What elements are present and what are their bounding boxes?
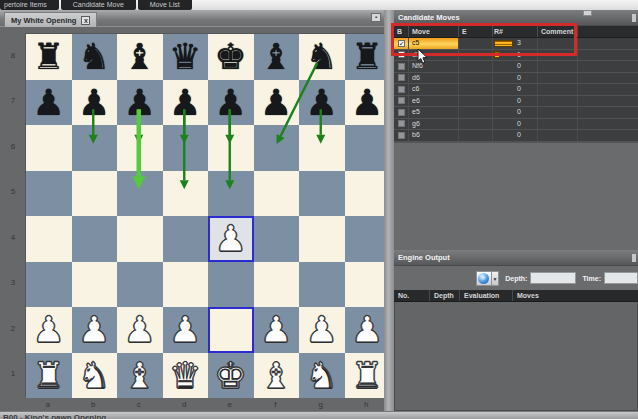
square-c6[interactable] xyxy=(117,125,163,171)
close-icon[interactable]: x xyxy=(81,16,90,25)
status-text: B00 - King's pawn Opening xyxy=(0,412,638,419)
square-c1[interactable]: ♝ xyxy=(117,353,163,399)
square-b4[interactable] xyxy=(72,216,118,262)
col-header-comment[interactable]: Comment xyxy=(538,26,578,37)
candidate-row-c5[interactable]: ✓c53 xyxy=(394,38,638,50)
pane-splitter[interactable] xyxy=(384,10,394,411)
cell-b: ✓ xyxy=(394,38,409,49)
rank-label-1: 1 xyxy=(6,369,20,378)
file-label-c: c xyxy=(116,400,162,409)
cell-move: Nf6 xyxy=(409,61,459,72)
cell-b xyxy=(394,130,409,141)
candidate-row-b6[interactable]: b60 xyxy=(394,130,638,142)
square-a1[interactable]: ♜ xyxy=(26,353,72,399)
square-b2[interactable]: ♟ xyxy=(72,307,118,353)
right-pane: Candidate Moves B Move E R# Comment ✓c53… xyxy=(394,10,638,411)
cell-r: 0 xyxy=(493,73,538,84)
depth-label: Depth: xyxy=(505,275,527,282)
square-b6[interactable] xyxy=(72,125,118,171)
cell-move: e5 xyxy=(409,107,459,118)
cell-r: 0 xyxy=(493,119,538,130)
cell-r: 0 xyxy=(493,107,538,118)
square-b8[interactable]: ♞ xyxy=(72,34,118,80)
file-label-g: g xyxy=(298,400,344,409)
square-a2[interactable]: ♟ xyxy=(26,307,72,353)
square-c7[interactable]: ♟ xyxy=(117,80,163,126)
square-a6[interactable] xyxy=(26,125,72,171)
piece-white-queen: ♛ xyxy=(163,353,209,399)
square-f6[interactable] xyxy=(254,125,300,171)
piece-black-pawn: ♟ xyxy=(163,80,209,126)
engine-grid-header: No. Depth Evaluation Moves xyxy=(394,290,638,302)
cell-comment xyxy=(538,50,578,61)
time-label: Time: xyxy=(582,275,601,282)
piece-black-rook: ♜ xyxy=(26,34,72,80)
checkbox-checked[interactable]: ✓ xyxy=(398,40,405,47)
square-d6[interactable] xyxy=(163,125,209,171)
panel-mini-icon xyxy=(583,10,592,16)
col-header-e[interactable]: E xyxy=(459,26,493,37)
cell-move: b6 xyxy=(409,130,459,141)
file-label-h: h xyxy=(344,400,390,409)
piece-white-bishop: ♝ xyxy=(254,353,300,399)
piece-white-pawn: ♟ xyxy=(163,307,209,353)
piece-black-knight: ♞ xyxy=(72,34,118,80)
col-header-move[interactable]: Move xyxy=(409,26,459,37)
cell-b xyxy=(394,84,409,95)
engine-toolbar: ▼ Depth: Time: xyxy=(394,266,638,290)
col-header-filler xyxy=(578,26,638,37)
cell-comment xyxy=(538,130,578,141)
engine-start-button[interactable] xyxy=(476,271,492,286)
cell-filler xyxy=(578,61,638,72)
cell-b: ✓ xyxy=(394,50,409,61)
col-header-b[interactable]: B xyxy=(394,26,409,37)
cell-e xyxy=(459,61,493,72)
square-e5[interactable] xyxy=(208,171,254,217)
candidate-panel-empty-area xyxy=(394,142,638,251)
square-e4[interactable]: ♟ xyxy=(208,216,254,262)
square-d1[interactable]: ♛ xyxy=(163,353,209,399)
square-b7[interactable]: ♟ xyxy=(72,80,118,126)
piece-black-knight: ♞ xyxy=(299,34,345,80)
col-header-moves[interactable]: Moves xyxy=(513,290,638,301)
square-e2[interactable] xyxy=(208,307,254,353)
tab-move-list[interactable]: Move List xyxy=(138,0,192,10)
engine-output-title-label: Engine Output xyxy=(398,253,450,262)
candidate-row-d6[interactable]: d60 xyxy=(394,73,638,85)
square-c2[interactable]: ♟ xyxy=(117,307,163,353)
cell-filler xyxy=(578,96,638,107)
panel-pin-icon[interactable] xyxy=(632,14,636,22)
cell-filler xyxy=(578,84,638,95)
square-g4[interactable] xyxy=(299,216,345,262)
rank-label-4: 4 xyxy=(6,233,20,242)
square-e8[interactable]: ♚ xyxy=(208,34,254,80)
engine-output-body xyxy=(394,302,638,411)
cell-filler xyxy=(578,73,638,84)
cell-e xyxy=(459,119,493,130)
rank-label-3: 3 xyxy=(6,278,20,287)
file-label-b: b xyxy=(71,400,117,409)
square-b1[interactable]: ♞ xyxy=(72,353,118,399)
piece-white-knight: ♞ xyxy=(299,353,345,399)
training-score-bar xyxy=(494,40,513,47)
cell-b xyxy=(394,107,409,118)
piece-white-pawn: ♟ xyxy=(208,216,254,262)
square-g8[interactable]: ♞ xyxy=(299,34,345,80)
candidate-row-e6[interactable]: e60 xyxy=(394,96,638,108)
square-a5[interactable] xyxy=(26,171,72,217)
cell-r: 3 xyxy=(493,38,538,49)
engine-pin-icon[interactable] xyxy=(632,254,636,262)
rank-label-5: 5 xyxy=(6,187,20,196)
cell-move: e6 xyxy=(409,96,459,107)
square-g3[interactable] xyxy=(299,262,345,308)
cell-filler xyxy=(578,130,638,141)
tab-repertoire-items[interactable]: pertoire Items xyxy=(0,0,59,10)
square-c5[interactable] xyxy=(117,171,163,217)
cell-e xyxy=(459,38,493,49)
square-d2[interactable]: ♟ xyxy=(163,307,209,353)
square-d5[interactable] xyxy=(163,171,209,217)
cell-b xyxy=(394,73,409,84)
checkbox-unchecked[interactable] xyxy=(398,63,405,70)
square-a7[interactable]: ♟ xyxy=(26,80,72,126)
file-label-d: d xyxy=(162,400,208,409)
top-tab-strip: pertoire Items Candidate Move Move List xyxy=(0,0,638,10)
cell-b xyxy=(394,119,409,130)
square-f8[interactable]: ♝ xyxy=(254,34,300,80)
square-a8[interactable]: ♜ xyxy=(26,34,72,80)
cell-comment xyxy=(538,61,578,72)
training-score-bar xyxy=(494,51,500,58)
cell-comment xyxy=(538,96,578,107)
square-e7[interactable]: ♟ xyxy=(208,80,254,126)
chess-opening-trainer-window: pertoire Items Candidate Move Move List … xyxy=(0,0,638,419)
piece-white-pawn: ♟ xyxy=(117,307,163,353)
square-f5[interactable] xyxy=(254,171,300,217)
piece-white-pawn: ♟ xyxy=(26,307,72,353)
piece-black-pawn: ♟ xyxy=(299,80,345,126)
piece-black-bishop: ♝ xyxy=(117,34,163,80)
square-a3[interactable] xyxy=(26,262,72,308)
square-a4[interactable] xyxy=(26,216,72,262)
checkbox-checked[interactable]: ✓ xyxy=(398,51,405,58)
square-e3[interactable] xyxy=(208,262,254,308)
cell-b xyxy=(394,96,409,107)
piece-black-bishop: ♝ xyxy=(254,34,300,80)
checkbox-unchecked[interactable] xyxy=(398,109,405,116)
rank-label-2: 2 xyxy=(6,324,20,333)
square-d8[interactable]: ♛ xyxy=(163,34,209,80)
col-header-no[interactable]: No. xyxy=(394,290,430,301)
checkbox-unchecked[interactable] xyxy=(398,86,405,93)
square-g2[interactable]: ♟ xyxy=(299,307,345,353)
engine-output-title: Engine Output xyxy=(394,250,638,266)
cell-filler xyxy=(578,119,638,130)
square-f7[interactable]: ♟ xyxy=(254,80,300,126)
square-d4[interactable] xyxy=(163,216,209,262)
checkbox-unchecked[interactable] xyxy=(398,74,405,81)
piece-black-pawn: ♟ xyxy=(72,80,118,126)
piece-black-pawn: ♟ xyxy=(26,80,72,126)
cell-r: 0 xyxy=(493,130,538,141)
cell-e xyxy=(459,73,493,84)
cell-filler xyxy=(578,107,638,118)
rank-label-7: 7 xyxy=(6,96,20,105)
square-f1[interactable]: ♝ xyxy=(254,353,300,399)
cell-r: 0 xyxy=(493,84,538,95)
candidate-moves-title-label: Candidate Moves xyxy=(398,13,460,22)
cell-comment xyxy=(538,119,578,130)
square-e1[interactable]: ♚ xyxy=(208,353,254,399)
piece-white-rook: ♜ xyxy=(26,353,72,399)
piece-black-king: ♚ xyxy=(208,34,254,80)
cell-move: g6 xyxy=(409,119,459,130)
board-pane: My White Opening x ▪ ♜♞♝♛♚♝♞♜♟♟♟♟♟♟♟♟♟♟♟… xyxy=(0,10,384,411)
candidate-row-c6[interactable]: c60 xyxy=(394,84,638,96)
col-header-depth[interactable]: Depth xyxy=(430,290,460,301)
cell-comment xyxy=(538,73,578,84)
col-header-r[interactable]: R# xyxy=(493,26,538,37)
candidate-moves-title: Candidate Moves xyxy=(394,10,638,26)
square-g1[interactable]: ♞ xyxy=(299,353,345,399)
square-b3[interactable] xyxy=(72,262,118,308)
square-f4[interactable] xyxy=(254,216,300,262)
file-label-a: a xyxy=(25,400,71,409)
candidate-row-d5[interactable]: ✓d51 xyxy=(394,50,638,62)
piece-white-pawn: ♟ xyxy=(254,307,300,353)
board-pane-header: My White Opening x ▪ xyxy=(0,10,384,27)
file-label-f: f xyxy=(253,400,299,409)
square-g7[interactable]: ♟ xyxy=(299,80,345,126)
square-f2[interactable]: ♟ xyxy=(254,307,300,353)
cell-e xyxy=(459,84,493,95)
piece-white-king: ♚ xyxy=(208,353,254,399)
depth-input[interactable] xyxy=(530,272,576,284)
status-bar: B00 - King's pawn Opening xyxy=(0,411,638,419)
piece-white-bishop: ♝ xyxy=(117,353,163,399)
cell-comment xyxy=(538,107,578,118)
candidate-row-Nf6[interactable]: Nf60 xyxy=(394,61,638,73)
square-c8[interactable]: ♝ xyxy=(117,34,163,80)
file-label-e: e xyxy=(207,400,253,409)
tab-candidate-move[interactable]: Candidate Move xyxy=(61,0,136,10)
cell-comment xyxy=(538,84,578,95)
rank-label-8: 8 xyxy=(6,51,20,60)
candidate-grid-header: B Move E R# Comment xyxy=(394,26,638,38)
time-input[interactable] xyxy=(604,272,638,284)
cell-filler xyxy=(578,50,638,61)
square-d3[interactable] xyxy=(163,262,209,308)
rank-label-6: 6 xyxy=(6,142,20,151)
piece-black-queen: ♛ xyxy=(163,34,209,80)
cell-filler xyxy=(578,38,638,49)
piece-black-pawn: ♟ xyxy=(208,80,254,126)
board-tab-label: My White Opening xyxy=(11,16,76,25)
candidate-moves-grid: B Move E R# Comment ✓c53✓d51Nf60d60c60e6… xyxy=(394,26,638,142)
engine-dropdown-button[interactable]: ▼ xyxy=(492,271,500,286)
square-e6[interactable] xyxy=(208,125,254,171)
cell-move: d5 xyxy=(409,50,459,61)
cell-move: c5 xyxy=(409,38,459,49)
cell-b xyxy=(394,61,409,72)
checkbox-unchecked[interactable] xyxy=(398,120,405,127)
piece-white-pawn: ♟ xyxy=(72,307,118,353)
cell-r: 0 xyxy=(493,96,538,107)
chess-board: ♜♞♝♛♚♝♞♜♟♟♟♟♟♟♟♟♟♟♟♟♟♟♟♟♜♞♝♛♚♝♞♜ xyxy=(25,33,389,397)
piece-black-pawn: ♟ xyxy=(117,80,163,126)
tab-my-white-opening[interactable]: My White Opening x xyxy=(4,12,97,27)
square-g5[interactable] xyxy=(299,171,345,217)
piece-white-pawn: ♟ xyxy=(299,307,345,353)
candidate-row-g6[interactable]: g60 xyxy=(394,119,638,131)
cell-e xyxy=(459,50,493,61)
cell-e xyxy=(459,130,493,141)
cell-e xyxy=(459,107,493,118)
square-g6[interactable] xyxy=(299,125,345,171)
checkbox-unchecked[interactable] xyxy=(398,97,405,104)
square-b5[interactable] xyxy=(72,171,118,217)
square-d7[interactable]: ♟ xyxy=(163,80,209,126)
square-c4[interactable] xyxy=(117,216,163,262)
engine-orb-icon xyxy=(478,273,489,284)
cell-comment xyxy=(538,38,578,49)
cell-r: 0 xyxy=(493,61,538,72)
square-c3[interactable] xyxy=(117,262,163,308)
candidate-row-e5[interactable]: e50 xyxy=(394,107,638,119)
cell-r: 1 xyxy=(493,50,538,61)
cell-move: d6 xyxy=(409,73,459,84)
square-f3[interactable] xyxy=(254,262,300,308)
piece-black-pawn: ♟ xyxy=(254,80,300,126)
cell-move: c6 xyxy=(409,84,459,95)
col-header-evaluation[interactable]: Evaluation xyxy=(460,290,513,301)
checkbox-unchecked[interactable] xyxy=(398,132,405,139)
collapse-icon[interactable]: ▪ xyxy=(371,13,381,22)
piece-white-knight: ♞ xyxy=(72,353,118,399)
cell-e xyxy=(459,96,493,107)
